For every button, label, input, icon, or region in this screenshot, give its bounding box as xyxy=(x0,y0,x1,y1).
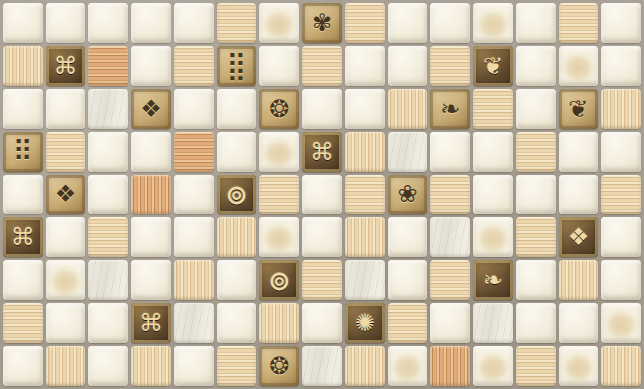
cross-relief-icon: ❖ xyxy=(568,225,590,249)
tile-r2c12 xyxy=(516,89,556,129)
tile-r8c3 xyxy=(131,346,171,386)
tile-r1c2 xyxy=(88,46,128,86)
tile-r0c2 xyxy=(88,3,128,43)
tile-r4c13 xyxy=(559,175,599,215)
tile-ornate-leaf-r2c13: ❦ xyxy=(559,89,599,129)
cross-relief-icon: ❖ xyxy=(55,182,77,206)
tile-r6c9 xyxy=(388,260,428,300)
tile-r2c0 xyxy=(3,89,43,129)
tile-r3c4 xyxy=(174,132,214,172)
mosaic-photo: ✾⌘⣿❦❖❂❧❦⠿⌘❖⊚❀⌘❖⊚❧⌘✺❂ xyxy=(0,0,644,389)
tile-ornate-sun-r7c8: ✺ xyxy=(345,303,385,343)
tile-r8c0 xyxy=(3,346,43,386)
tile-ornate-spiral-r4c5: ⊚ xyxy=(217,175,257,215)
tile-r7c11 xyxy=(473,303,513,343)
tile-r3c1 xyxy=(46,132,86,172)
tile-r4c0 xyxy=(3,175,43,215)
tile-r1c3 xyxy=(131,46,171,86)
tile-r0c10 xyxy=(430,3,470,43)
tile-r6c8 xyxy=(345,260,385,300)
tile-r6c10 xyxy=(430,260,470,300)
tile-ornate-spiral-r6c6: ⊚ xyxy=(259,260,299,300)
tile-r4c8 xyxy=(345,175,385,215)
tile-r7c2 xyxy=(88,303,128,343)
tile-r1c0 xyxy=(3,46,43,86)
tile-r0c14 xyxy=(601,3,641,43)
tile-r1c6 xyxy=(259,46,299,86)
scroll-relief-icon: ❧ xyxy=(483,268,503,292)
tile-r7c12 xyxy=(516,303,556,343)
tile-r7c0 xyxy=(3,303,43,343)
tile-r8c12 xyxy=(516,346,556,386)
tile-r6c12 xyxy=(516,260,556,300)
tile-r8c13 xyxy=(559,346,599,386)
tile-r5c10 xyxy=(430,217,470,257)
tile-r3c8 xyxy=(345,132,385,172)
tile-r2c11 xyxy=(473,89,513,129)
tile-r5c5 xyxy=(217,217,257,257)
tile-r0c0 xyxy=(3,3,43,43)
rings-relief-icon: ⠿ xyxy=(13,138,34,166)
tile-r8c8 xyxy=(345,346,385,386)
tile-r7c1 xyxy=(46,303,86,343)
tile-r3c5 xyxy=(217,132,257,172)
tile-r8c10 xyxy=(430,346,470,386)
tile-r3c10 xyxy=(430,132,470,172)
tile-r2c1 xyxy=(46,89,86,129)
tile-r3c9 xyxy=(388,132,428,172)
cross-relief-icon: ❖ xyxy=(140,97,162,121)
knot-relief-icon: ⌘ xyxy=(54,54,78,78)
tile-r4c14 xyxy=(601,175,641,215)
tile-r6c0 xyxy=(3,260,43,300)
tile-r8c1 xyxy=(46,346,86,386)
tile-ornate-rosette-r2c6: ❂ xyxy=(259,89,299,129)
tile-r3c14 xyxy=(601,132,641,172)
tile-r6c5 xyxy=(217,260,257,300)
tile-r3c6 xyxy=(259,132,299,172)
tile-r6c14 xyxy=(601,260,641,300)
tile-ornate-cross-r5c13: ❖ xyxy=(559,217,599,257)
tile-ornate-flower-r4c9: ❀ xyxy=(388,175,428,215)
tile-r7c14 xyxy=(601,303,641,343)
tile-r5c12 xyxy=(516,217,556,257)
tile-ornate-scroll-r6c11: ❧ xyxy=(473,260,513,300)
tile-r6c2 xyxy=(88,260,128,300)
tile-r3c11 xyxy=(473,132,513,172)
tile-r0c13 xyxy=(559,3,599,43)
tile-r7c9 xyxy=(388,303,428,343)
tile-r1c4 xyxy=(174,46,214,86)
tile-r5c9 xyxy=(388,217,428,257)
tile-r4c2 xyxy=(88,175,128,215)
tile-r1c14 xyxy=(601,46,641,86)
tile-ornate-knot-r5c0: ⌘ xyxy=(3,217,43,257)
tile-ornate-cross-r2c3: ❖ xyxy=(131,89,171,129)
rosette-relief-icon: ❂ xyxy=(269,354,289,378)
tile-r1c8 xyxy=(345,46,385,86)
tile-r8c2 xyxy=(88,346,128,386)
tile-r4c6 xyxy=(259,175,299,215)
tile-r2c14 xyxy=(601,89,641,129)
sun-relief-icon: ✺ xyxy=(355,311,375,335)
flower-relief-icon: ❀ xyxy=(397,182,417,206)
tile-r8c14 xyxy=(601,346,641,386)
tile-r5c11 xyxy=(473,217,513,257)
tile-r2c7 xyxy=(302,89,342,129)
tile-r4c10 xyxy=(430,175,470,215)
tile-r0c1 xyxy=(46,3,86,43)
spiral-relief-icon: ⊚ xyxy=(225,181,248,208)
tile-r5c4 xyxy=(174,217,214,257)
tile-r8c9 xyxy=(388,346,428,386)
leaf-relief-icon: ❦ xyxy=(568,97,588,121)
tile-ornate-knot-r7c3: ⌘ xyxy=(131,303,171,343)
tile-r1c9 xyxy=(388,46,428,86)
tile-r0c3 xyxy=(131,3,171,43)
tile-ornate-knot-r1c1: ⌘ xyxy=(46,46,86,86)
knot-relief-icon: ⌘ xyxy=(11,225,35,249)
tile-ornate-cross-r4c1: ❖ xyxy=(46,175,86,215)
tile-r5c6 xyxy=(259,217,299,257)
tile-r4c7 xyxy=(302,175,342,215)
tile-r3c2 xyxy=(88,132,128,172)
tile-r2c8 xyxy=(345,89,385,129)
tile-r3c3 xyxy=(131,132,171,172)
tile-r7c13 xyxy=(559,303,599,343)
tile-r5c1 xyxy=(46,217,86,257)
tile-r6c1 xyxy=(46,260,86,300)
tile-r4c4 xyxy=(174,175,214,215)
tile-ornate-dots-r1c5: ⣿ xyxy=(217,46,257,86)
tile-r0c5 xyxy=(217,3,257,43)
tile-r4c11 xyxy=(473,175,513,215)
knot-relief-icon: ⌘ xyxy=(139,311,163,335)
tile-r7c7 xyxy=(302,303,342,343)
rosette-relief-icon: ❂ xyxy=(269,97,289,121)
tile-r0c11 xyxy=(473,3,513,43)
dots-relief-icon: ⣿ xyxy=(226,52,247,80)
tile-r0c6 xyxy=(259,3,299,43)
tile-r1c10 xyxy=(430,46,470,86)
tile-r8c4 xyxy=(174,346,214,386)
tile-r0c8 xyxy=(345,3,385,43)
spiral-relief-icon: ⊚ xyxy=(268,267,291,294)
tile-r5c3 xyxy=(131,217,171,257)
tile-r6c7 xyxy=(302,260,342,300)
tile-r7c6 xyxy=(259,303,299,343)
tile-r7c5 xyxy=(217,303,257,343)
leaf-relief-icon: ❦ xyxy=(483,54,503,78)
tile-r0c4 xyxy=(174,3,214,43)
tile-r3c13 xyxy=(559,132,599,172)
tile-r5c7 xyxy=(302,217,342,257)
tile-r1c13 xyxy=(559,46,599,86)
tile-r2c2 xyxy=(88,89,128,129)
tile-ornate-scroll-r2c10: ❧ xyxy=(430,89,470,129)
tile-r5c8 xyxy=(345,217,385,257)
tile-r0c9 xyxy=(388,3,428,43)
mosaic-board: ✾⌘⣿❦❖❂❧❦⠿⌘❖⊚❀⌘❖⊚❧⌘✺❂ xyxy=(3,3,641,386)
tile-r2c4 xyxy=(174,89,214,129)
flower-swirl-relief-icon: ✾ xyxy=(312,11,332,35)
tile-r1c12 xyxy=(516,46,556,86)
tile-r3c12 xyxy=(516,132,556,172)
tile-r8c11 xyxy=(473,346,513,386)
tile-r4c12 xyxy=(516,175,556,215)
tile-ornate-flower-swirl-r0c7: ✾ xyxy=(302,3,342,43)
tile-r7c10 xyxy=(430,303,470,343)
tile-r8c5 xyxy=(217,346,257,386)
tile-ornate-rings-r3c0: ⠿ xyxy=(3,132,43,172)
tile-r5c2 xyxy=(88,217,128,257)
tile-r2c5 xyxy=(217,89,257,129)
tile-r1c7 xyxy=(302,46,342,86)
tile-r8c7 xyxy=(302,346,342,386)
tile-ornate-leaf-r1c11: ❦ xyxy=(473,46,513,86)
tile-r2c9 xyxy=(388,89,428,129)
knot-relief-icon: ⌘ xyxy=(310,140,334,164)
tile-r6c13 xyxy=(559,260,599,300)
tile-ornate-knot-r3c7: ⌘ xyxy=(302,132,342,172)
tile-r7c4 xyxy=(174,303,214,343)
tile-r5c14 xyxy=(601,217,641,257)
tile-ornate-rosette-r8c6: ❂ xyxy=(259,346,299,386)
tile-r6c3 xyxy=(131,260,171,300)
scroll-relief-icon: ❧ xyxy=(440,97,460,121)
tile-r4c3 xyxy=(131,175,171,215)
tile-r0c12 xyxy=(516,3,556,43)
tile-r6c4 xyxy=(174,260,214,300)
